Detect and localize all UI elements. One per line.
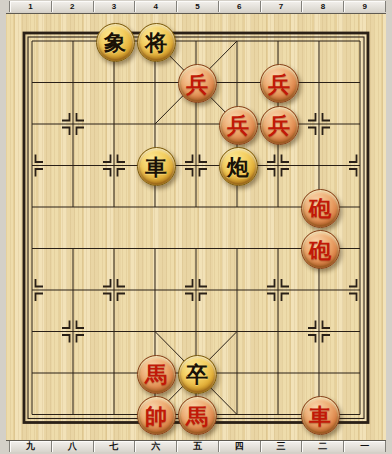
piece-character: 馬	[145, 363, 167, 385]
piece-character: 車	[309, 405, 331, 427]
file-label-top-4: 4	[135, 1, 177, 12]
bottom-file-ruler: 九八七六五四三二一	[9, 441, 386, 452]
file-label-bottom-5: 五	[177, 441, 219, 452]
file-label-top-8: 8	[302, 1, 344, 12]
piece-red-horse[interactable]: 馬	[137, 355, 176, 394]
piece-character: 帥	[145, 405, 167, 427]
file-label-top-1: 1	[10, 1, 52, 12]
piece-character: 砲	[309, 239, 331, 261]
file-label-top-6: 6	[219, 1, 261, 12]
piece-character: 兵	[268, 114, 290, 136]
piece-character: 炮	[227, 156, 249, 178]
piece-character: 砲	[309, 197, 331, 219]
piece-character: 将	[145, 31, 167, 53]
file-label-bottom-1: 九	[10, 441, 52, 452]
piece-character: 兵	[227, 114, 249, 136]
piece-character: 象	[104, 31, 126, 53]
file-label-bottom-3: 七	[94, 441, 136, 452]
file-label-top-3: 3	[94, 1, 136, 12]
piece-red-soldier[interactable]: 兵	[219, 106, 258, 145]
top-file-ruler: 123456789	[9, 1, 386, 12]
piece-red-soldier[interactable]: 兵	[260, 106, 299, 145]
piece-red-horse[interactable]: 馬	[178, 396, 217, 435]
piece-black-general[interactable]: 将	[137, 23, 176, 62]
piece-character: 車	[145, 156, 167, 178]
file-label-top-7: 7	[261, 1, 303, 12]
piece-red-soldier[interactable]: 兵	[260, 64, 299, 103]
file-label-top-9: 9	[344, 1, 386, 12]
file-label-bottom-6: 四	[219, 441, 261, 452]
file-label-bottom-8: 二	[302, 441, 344, 452]
piece-black-soldier[interactable]: 卒	[178, 355, 217, 394]
piece-red-cannon[interactable]: 砲	[301, 230, 340, 269]
file-label-top-5: 5	[177, 1, 219, 12]
piece-red-cannon[interactable]: 砲	[301, 189, 340, 228]
file-label-bottom-4: 六	[135, 441, 177, 452]
file-label-bottom-2: 八	[52, 441, 94, 452]
piece-red-soldier[interactable]: 兵	[178, 64, 217, 103]
piece-character: 卒	[186, 363, 208, 385]
piece-red-chariot[interactable]: 車	[301, 396, 340, 435]
piece-black-cannon[interactable]: 炮	[219, 147, 258, 186]
xiangqi-app-window: 123456789 象将兵兵兵兵車炮砲砲馬卒帥馬車 九八七六五四三二一	[0, 0, 392, 454]
file-label-bottom-9: 一	[344, 441, 386, 452]
piece-character: 兵	[268, 73, 290, 95]
xiangqi-board[interactable]: 象将兵兵兵兵車炮砲砲馬卒帥馬車	[6, 13, 386, 441]
file-label-top-2: 2	[52, 1, 94, 12]
piece-character: 馬	[186, 405, 208, 427]
file-label-bottom-7: 三	[261, 441, 303, 452]
piece-character: 兵	[186, 73, 208, 95]
piece-black-chariot[interactable]: 車	[137, 147, 176, 186]
piece-red-general[interactable]: 帥	[137, 396, 176, 435]
piece-black-elephant[interactable]: 象	[96, 23, 135, 62]
